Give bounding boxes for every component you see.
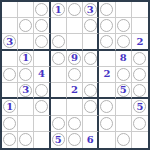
cell-r8c7[interactable] bbox=[99, 116, 115, 132]
cell-r1c1[interactable] bbox=[2, 2, 18, 18]
cell-r5c5[interactable] bbox=[67, 67, 83, 83]
cell-r8c9[interactable] bbox=[132, 116, 148, 132]
cell-r5c8[interactable] bbox=[116, 67, 132, 83]
odd-circle bbox=[52, 35, 65, 48]
cell-r7c8[interactable] bbox=[116, 99, 132, 115]
cell-r8c4[interactable] bbox=[51, 116, 67, 132]
given-digit: 4 bbox=[38, 69, 45, 79]
cell-r2c7[interactable] bbox=[99, 18, 115, 34]
cell-r5c7[interactable]: 2 bbox=[99, 67, 115, 83]
cell-r9c8[interactable] bbox=[116, 132, 132, 148]
given-digit: 3 bbox=[22, 85, 29, 95]
given-digit: 5 bbox=[136, 102, 143, 112]
cell-r2c6[interactable] bbox=[83, 18, 99, 34]
odd-circle bbox=[68, 117, 81, 130]
odd-circle bbox=[19, 133, 32, 146]
cell-r6c2[interactable]: 3 bbox=[18, 83, 34, 99]
cell-r5c6[interactable] bbox=[83, 67, 99, 83]
cell-r4c3[interactable] bbox=[34, 51, 50, 67]
cell-r1c2[interactable] bbox=[18, 2, 34, 18]
odd-circle bbox=[68, 68, 81, 81]
given-digit: 9 bbox=[71, 53, 78, 63]
odd-circle bbox=[133, 52, 146, 65]
cell-r5c2[interactable] bbox=[18, 67, 34, 83]
sudoku-board: 1332198423251556 bbox=[0, 0, 150, 150]
cell-r1c5[interactable] bbox=[67, 2, 83, 18]
odd-circle: 1 bbox=[52, 3, 65, 16]
odd-circle bbox=[68, 133, 81, 146]
odd-circle: 5 bbox=[117, 84, 130, 97]
cell-r9c3[interactable] bbox=[34, 132, 50, 148]
cell-r4c5[interactable]: 9 bbox=[67, 51, 83, 67]
given-digit: 1 bbox=[6, 102, 13, 112]
given-digit: 5 bbox=[120, 85, 127, 95]
cell-r7c4[interactable] bbox=[51, 99, 67, 115]
cell-r7c3[interactable] bbox=[34, 99, 50, 115]
cell-r1c9[interactable] bbox=[132, 2, 148, 18]
cell-r6c1[interactable] bbox=[2, 83, 18, 99]
cell-r4c1[interactable] bbox=[2, 51, 18, 67]
cell-r3c5[interactable] bbox=[67, 34, 83, 50]
given-digit: 2 bbox=[103, 69, 110, 79]
odd-circle bbox=[84, 19, 97, 32]
cell-r9c7[interactable] bbox=[99, 132, 115, 148]
given-digit: 3 bbox=[87, 5, 94, 15]
odd-circle: 3 bbox=[19, 84, 32, 97]
cell-r1c6[interactable]: 3 bbox=[83, 2, 99, 18]
odd-circle bbox=[19, 19, 32, 32]
odd-circle bbox=[100, 117, 113, 130]
cell-r2c9[interactable] bbox=[132, 18, 148, 34]
odd-circle bbox=[35, 100, 48, 113]
cell-r4c2[interactable]: 1 bbox=[18, 51, 34, 67]
cell-r7c9[interactable]: 5 bbox=[132, 99, 148, 115]
odd-circle bbox=[3, 117, 16, 130]
cell-r3c8[interactable] bbox=[116, 34, 132, 50]
given-digit: 8 bbox=[120, 53, 127, 63]
cell-r7c1[interactable]: 1 bbox=[2, 99, 18, 115]
odd-circle: 3 bbox=[3, 35, 16, 48]
cell-r5c9[interactable] bbox=[132, 67, 148, 83]
odd-circle bbox=[52, 52, 65, 65]
cell-r1c3[interactable] bbox=[34, 2, 50, 18]
cell-r7c6[interactable] bbox=[83, 99, 99, 115]
odd-circle bbox=[84, 84, 97, 97]
odd-circle bbox=[117, 68, 130, 81]
cell-r8c3[interactable] bbox=[34, 116, 50, 132]
cell-r9c1[interactable] bbox=[2, 132, 18, 148]
cell-r6c9[interactable] bbox=[132, 83, 148, 99]
given-digit: 2 bbox=[136, 37, 143, 47]
cell-r3c7[interactable] bbox=[99, 34, 115, 50]
odd-circle bbox=[100, 100, 113, 113]
cell-r8c6[interactable] bbox=[83, 116, 99, 132]
odd-circle bbox=[35, 35, 48, 48]
cell-r1c8[interactable] bbox=[116, 2, 132, 18]
odd-circle: 9 bbox=[68, 52, 81, 65]
cell-r6c7[interactable] bbox=[99, 83, 115, 99]
given-digit: 1 bbox=[22, 53, 29, 63]
cell-r9c5[interactable] bbox=[67, 132, 83, 148]
odd-circle bbox=[100, 35, 113, 48]
odd-circle: 5 bbox=[52, 133, 65, 146]
given-digit: 1 bbox=[55, 5, 62, 15]
odd-circle bbox=[100, 3, 113, 16]
cell-r2c3[interactable] bbox=[34, 18, 50, 34]
cell-r5c1[interactable] bbox=[2, 67, 18, 83]
cell-r4c7[interactable] bbox=[99, 51, 115, 67]
odd-circle bbox=[35, 3, 48, 16]
odd-circle bbox=[117, 133, 130, 146]
cell-r4c9[interactable] bbox=[132, 51, 148, 67]
odd-circle: 1 bbox=[19, 52, 32, 65]
odd-circle bbox=[133, 68, 146, 81]
cell-r2c1[interactable] bbox=[2, 18, 18, 34]
odd-circle bbox=[117, 19, 130, 32]
odd-circle: 3 bbox=[84, 3, 97, 16]
cell-r2c5[interactable] bbox=[67, 18, 83, 34]
cell-r5c3[interactable]: 4 bbox=[34, 67, 50, 83]
cell-r7c5[interactable] bbox=[67, 99, 83, 115]
cell-r2c8[interactable] bbox=[116, 18, 132, 34]
cell-r6c4[interactable] bbox=[51, 83, 67, 99]
odd-circle bbox=[84, 100, 97, 113]
cell-r4c4[interactable] bbox=[51, 51, 67, 67]
odd-circle bbox=[35, 19, 48, 32]
cell-r2c4[interactable] bbox=[51, 18, 67, 34]
cell-r6c8[interactable]: 5 bbox=[116, 83, 132, 99]
odd-circle bbox=[133, 84, 146, 97]
cell-r6c5[interactable]: 2 bbox=[67, 83, 83, 99]
odd-circle bbox=[35, 84, 48, 97]
cell-r3c1[interactable]: 3 bbox=[2, 34, 18, 50]
given-digit: 2 bbox=[71, 85, 78, 95]
cell-r4c6[interactable] bbox=[83, 51, 99, 67]
cell-r3c2[interactable] bbox=[18, 34, 34, 50]
cell-r8c8[interactable] bbox=[116, 116, 132, 132]
cell-r9c2[interactable] bbox=[18, 132, 34, 148]
odd-circle bbox=[117, 35, 130, 48]
cell-r3c6[interactable] bbox=[83, 34, 99, 50]
cell-r3c3[interactable] bbox=[34, 34, 50, 50]
cell-r7c7[interactable] bbox=[99, 99, 115, 115]
odd-circle: 1 bbox=[3, 100, 16, 113]
odd-circle bbox=[3, 68, 16, 81]
given-digit: 3 bbox=[6, 37, 13, 47]
odd-circle bbox=[133, 117, 146, 130]
given-digit: 5 bbox=[55, 135, 62, 145]
odd-circle: 5 bbox=[133, 100, 146, 113]
cell-r9c6[interactable]: 6 bbox=[83, 132, 99, 148]
cell-r9c9[interactable] bbox=[132, 132, 148, 148]
odd-circle bbox=[84, 52, 97, 65]
odd-circle bbox=[3, 133, 16, 146]
cell-r3c4[interactable] bbox=[51, 34, 67, 50]
cell-r1c7[interactable] bbox=[99, 2, 115, 18]
odd-circle bbox=[52, 117, 65, 130]
cell-r6c3[interactable] bbox=[34, 83, 50, 99]
cell-r6c6[interactable] bbox=[83, 83, 99, 99]
cell-r1c4[interactable]: 1 bbox=[51, 2, 67, 18]
cell-r8c2[interactable] bbox=[18, 116, 34, 132]
odd-circle bbox=[68, 3, 81, 16]
cell-r9c4[interactable]: 5 bbox=[51, 132, 67, 148]
cell-r5c4[interactable] bbox=[51, 67, 67, 83]
cell-r8c5[interactable] bbox=[67, 116, 83, 132]
cell-r2c2[interactable] bbox=[18, 18, 34, 34]
cell-r7c2[interactable] bbox=[18, 99, 34, 115]
cell-r8c1[interactable] bbox=[2, 116, 18, 132]
given-digit: 6 bbox=[87, 135, 94, 145]
cell-r3c9[interactable]: 2 bbox=[132, 34, 148, 50]
odd-circle bbox=[19, 68, 32, 81]
odd-circle bbox=[100, 19, 113, 32]
cell-r4c8[interactable]: 8 bbox=[116, 51, 132, 67]
